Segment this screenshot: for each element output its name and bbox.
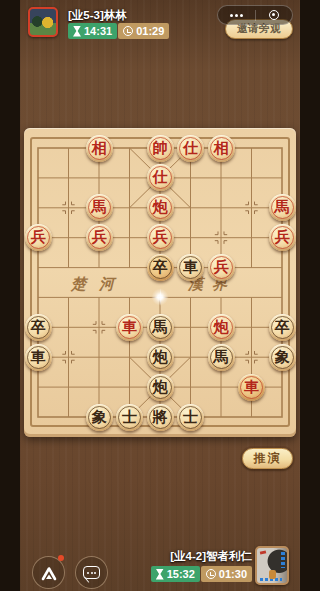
clock-icon [206,569,216,579]
avatar-figure [269,570,276,579]
piece-red-兵[interactable]: 兵 [208,254,235,281]
piece-glyph: 馬 [214,350,229,365]
piece-black-卒[interactable]: 卒 [269,314,296,341]
piece-black-象[interactable]: 象 [269,344,296,371]
piece-black-炮[interactable]: 炮 [147,374,174,401]
piece-glyph: 炮 [153,380,168,395]
piece-red-炮[interactable]: 炮 [208,314,235,341]
avatar-red-mark [260,550,266,554]
top-total-time: 14:31 [84,25,112,37]
top-player-name: [业5-3]林林 [68,8,127,23]
piece-glyph: 象 [92,410,107,425]
last-move-marker [151,288,169,306]
piece-glyph: 炮 [153,200,168,215]
deduce-button[interactable]: 推演 [242,448,293,469]
piece-glyph: 馬 [92,200,107,215]
piece-black-車[interactable]: 車 [25,344,52,371]
piece-glyph: 兵 [214,260,229,275]
piece-glyph: 仕 [153,170,168,185]
capsule-circle-icon[interactable] [256,10,293,20]
top-player-timers: 14:31 01:29 [68,23,169,39]
app-logo-button[interactable] [32,556,65,589]
piece-glyph: 馬 [275,200,290,215]
piece-glyph: 士 [122,410,137,425]
piece-black-車[interactable]: 車 [177,254,204,281]
piece-red-車[interactable]: 車 [116,314,143,341]
piece-red-馬[interactable]: 馬 [269,194,296,221]
piece-glyph: 炮 [214,320,229,335]
piece-black-馬[interactable]: 馬 [208,344,235,371]
top-move-time-badge: 01:29 [118,23,169,39]
piece-black-士[interactable]: 士 [116,404,143,431]
piece-red-相[interactable]: 相 [208,135,235,162]
top-move-time: 01:29 [136,25,164,37]
piece-glyph: 士 [183,410,198,425]
piece-red-兵[interactable]: 兵 [147,224,174,251]
piece-black-象[interactable]: 象 [86,404,113,431]
chat-bubble-icon [83,566,100,579]
bottom-move-time-badge: 01:30 [201,566,252,582]
game-screen: [业5-3]林林 14:31 01:29 邀请旁观 [20,0,300,591]
piece-red-仕[interactable]: 仕 [177,135,204,162]
piece-red-兵[interactable]: 兵 [25,224,52,251]
hourglass-icon [156,569,164,580]
clock-icon [123,26,133,36]
system-capsule [217,5,293,25]
piece-glyph: 車 [122,320,137,335]
top-total-time-badge: 14:31 [68,23,117,39]
piece-red-兵[interactable]: 兵 [86,224,113,251]
piece-glyph: 卒 [153,260,168,275]
piece-glyph: 車 [244,380,259,395]
piece-glyph: 兵 [275,230,290,245]
piece-black-士[interactable]: 士 [177,404,204,431]
piece-red-炮[interactable]: 炮 [147,194,174,221]
piece-black-卒[interactable]: 卒 [147,254,174,281]
piece-red-相[interactable]: 相 [86,135,113,162]
piece-glyph: 車 [31,350,46,365]
piece-glyph: 相 [214,141,229,156]
piece-red-馬[interactable]: 馬 [86,194,113,221]
piece-red-仕[interactable]: 仕 [147,164,174,191]
piece-glyph: 兵 [92,230,107,245]
avatar-blue-text-right [281,552,285,568]
piece-black-炮[interactable]: 炮 [147,344,174,371]
piece-glyph: 兵 [153,230,168,245]
piece-glyph: 將 [153,410,168,425]
piece-red-帥[interactable]: 帥 [147,135,174,162]
menu-dots-icon[interactable] [218,14,255,17]
bottom-player-avatar[interactable] [255,546,289,585]
bottom-total-time-badge: 15:32 [151,566,200,582]
top-player-avatar[interactable] [28,7,58,37]
piece-glyph: 象 [275,350,290,365]
piece-glyph: 帥 [153,141,168,156]
piece-red-兵[interactable]: 兵 [269,224,296,251]
piece-glyph: 車 [183,260,198,275]
notification-dot [58,555,64,561]
piece-glyph: 相 [92,141,107,156]
chevron-logo-icon [40,565,58,581]
piece-red-車[interactable]: 車 [238,374,265,401]
piece-black-卒[interactable]: 卒 [25,314,52,341]
hourglass-icon [73,26,81,37]
piece-black-馬[interactable]: 馬 [147,314,174,341]
bottom-move-time: 01:30 [219,568,247,580]
piece-glyph: 卒 [31,320,46,335]
xiangqi-board[interactable]: 楚河 漢界 相帥仕相仕馬炮馬兵兵兵兵兵車炮車卒車卒馬卒車炮馬象炮象士將士 [24,128,296,437]
river-label-left: 楚河 [71,275,127,294]
bottom-player-name: [业4-2]智者利仁 [170,549,252,564]
bottom-total-time: 15:32 [167,568,195,580]
piece-glyph: 仕 [183,141,198,156]
piece-glyph: 炮 [153,350,168,365]
piece-glyph: 兵 [31,230,46,245]
piece-black-將[interactable]: 將 [147,404,174,431]
chat-button[interactable] [75,556,108,589]
piece-glyph: 馬 [153,320,168,335]
piece-glyph: 卒 [275,320,290,335]
bottom-player-timers: 15:32 01:30 [151,566,252,582]
